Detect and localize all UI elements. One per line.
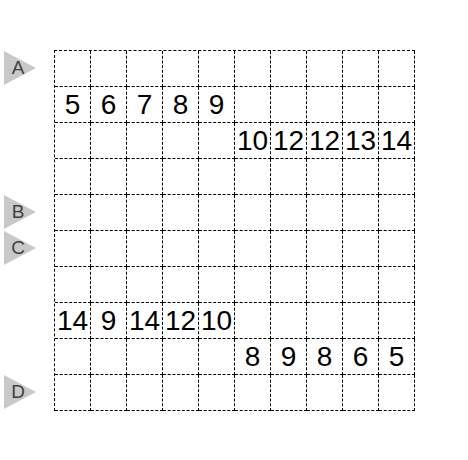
cell-r7c5[interactable] (199, 267, 235, 303)
cell-r3c2[interactable] (91, 123, 127, 159)
row-marker-d: D (4, 375, 36, 409)
cell-r7c10[interactable] (379, 267, 415, 303)
puzzle-grid: 56789101212131414914121089865 (54, 50, 415, 411)
puzzle-page: 56789101212131414914121089865 A B C D (0, 0, 468, 460)
cell-r5c3[interactable] (127, 195, 163, 231)
cell-r2c4[interactable]: 8 (163, 87, 199, 123)
cell-r1c2[interactable] (91, 51, 127, 87)
cell-r2c9[interactable] (343, 87, 379, 123)
cell-r3c3[interactable] (127, 123, 163, 159)
cell-r6c4[interactable] (163, 231, 199, 267)
cell-r5c8[interactable] (307, 195, 343, 231)
cell-r5c2[interactable] (91, 195, 127, 231)
cell-r8c3[interactable]: 14 (127, 303, 163, 339)
cell-r9c6[interactable]: 8 (235, 339, 271, 375)
cell-r9c10[interactable]: 5 (379, 339, 415, 375)
cell-r10c6[interactable] (235, 375, 271, 411)
row-marker-a: A (4, 51, 36, 85)
cell-r2c10[interactable] (379, 87, 415, 123)
cell-r10c8[interactable] (307, 375, 343, 411)
cell-r10c7[interactable] (271, 375, 307, 411)
cell-r3c5[interactable] (199, 123, 235, 159)
cell-r5c6[interactable] (235, 195, 271, 231)
row-marker-label-b: B (10, 195, 26, 229)
cell-r4c2[interactable] (91, 159, 127, 195)
cell-r8c4[interactable]: 12 (163, 303, 199, 339)
cell-r7c6[interactable] (235, 267, 271, 303)
cell-r7c1[interactable] (55, 267, 91, 303)
cell-r3c4[interactable] (163, 123, 199, 159)
cell-r9c4[interactable] (163, 339, 199, 375)
cell-r1c7[interactable] (271, 51, 307, 87)
cell-r3c1[interactable] (55, 123, 91, 159)
cell-r8c2[interactable]: 9 (91, 303, 127, 339)
cell-r9c3[interactable] (127, 339, 163, 375)
cell-r9c2[interactable] (91, 339, 127, 375)
cell-r10c3[interactable] (127, 375, 163, 411)
cell-r7c3[interactable] (127, 267, 163, 303)
cell-r5c7[interactable] (271, 195, 307, 231)
cell-r10c2[interactable] (91, 375, 127, 411)
cell-r6c5[interactable] (199, 231, 235, 267)
cell-r2c2[interactable]: 6 (91, 87, 127, 123)
cell-r3c6[interactable]: 10 (235, 123, 271, 159)
cell-r9c7[interactable]: 9 (271, 339, 307, 375)
cell-r3c9[interactable]: 13 (343, 123, 379, 159)
cell-r6c2[interactable] (91, 231, 127, 267)
cell-r1c1[interactable] (55, 51, 91, 87)
cell-r3c10[interactable]: 14 (379, 123, 415, 159)
cell-r2c3[interactable]: 7 (127, 87, 163, 123)
cell-r5c5[interactable] (199, 195, 235, 231)
cell-r1c5[interactable] (199, 51, 235, 87)
cell-r4c10[interactable] (379, 159, 415, 195)
cell-r8c6[interactable] (235, 303, 271, 339)
cell-r8c8[interactable] (307, 303, 343, 339)
cell-r4c5[interactable] (199, 159, 235, 195)
cell-r9c1[interactable] (55, 339, 91, 375)
cell-r7c2[interactable] (91, 267, 127, 303)
cell-r8c7[interactable] (271, 303, 307, 339)
cell-r4c9[interactable] (343, 159, 379, 195)
cell-r1c10[interactable] (379, 51, 415, 87)
cell-r6c3[interactable] (127, 231, 163, 267)
cell-r1c9[interactable] (343, 51, 379, 87)
row-marker-label-c: C (10, 231, 26, 265)
cell-r8c9[interactable] (343, 303, 379, 339)
cell-r3c8[interactable]: 12 (307, 123, 343, 159)
cell-r6c9[interactable] (343, 231, 379, 267)
cell-r5c9[interactable] (343, 195, 379, 231)
cell-r1c8[interactable] (307, 51, 343, 87)
cell-r6c6[interactable] (235, 231, 271, 267)
cell-r10c9[interactable] (343, 375, 379, 411)
cell-r5c10[interactable] (379, 195, 415, 231)
cell-r4c8[interactable] (307, 159, 343, 195)
cell-r2c1[interactable]: 5 (55, 87, 91, 123)
row-marker-label-a: A (10, 51, 26, 85)
cell-r10c4[interactable] (163, 375, 199, 411)
cell-r7c4[interactable] (163, 267, 199, 303)
cell-r6c7[interactable] (271, 231, 307, 267)
cell-r8c1[interactable]: 14 (55, 303, 91, 339)
cell-r4c4[interactable] (163, 159, 199, 195)
cell-r10c10[interactable] (379, 375, 415, 411)
cell-r8c10[interactable] (379, 303, 415, 339)
cell-r2c8[interactable] (307, 87, 343, 123)
cell-r4c3[interactable] (127, 159, 163, 195)
cell-r4c1[interactable] (55, 159, 91, 195)
row-marker-label-d: D (10, 375, 26, 409)
cell-r1c4[interactable] (163, 51, 199, 87)
cell-r9c8[interactable]: 8 (307, 339, 343, 375)
cell-r5c1[interactable] (55, 195, 91, 231)
cell-r7c9[interactable] (343, 267, 379, 303)
cell-r6c10[interactable] (379, 231, 415, 267)
cell-r2c6[interactable] (235, 87, 271, 123)
cell-r2c7[interactable] (271, 87, 307, 123)
cell-r9c9[interactable]: 6 (343, 339, 379, 375)
cell-r3c7[interactable]: 12 (271, 123, 307, 159)
cell-r10c5[interactable] (199, 375, 235, 411)
cell-r9c5[interactable] (199, 339, 235, 375)
cell-r8c5[interactable]: 10 (199, 303, 235, 339)
cell-r10c1[interactable] (55, 375, 91, 411)
cell-r1c6[interactable] (235, 51, 271, 87)
cell-r6c1[interactable] (55, 231, 91, 267)
row-marker-b: B (4, 195, 36, 229)
row-marker-c: C (4, 231, 36, 265)
cell-r7c7[interactable] (271, 267, 307, 303)
cell-r6c8[interactable] (307, 231, 343, 267)
cell-r1c3[interactable] (127, 51, 163, 87)
cell-r7c8[interactable] (307, 267, 343, 303)
cell-r4c7[interactable] (271, 159, 307, 195)
cell-r5c4[interactable] (163, 195, 199, 231)
cell-r2c5[interactable]: 9 (199, 87, 235, 123)
cell-r4c6[interactable] (235, 159, 271, 195)
